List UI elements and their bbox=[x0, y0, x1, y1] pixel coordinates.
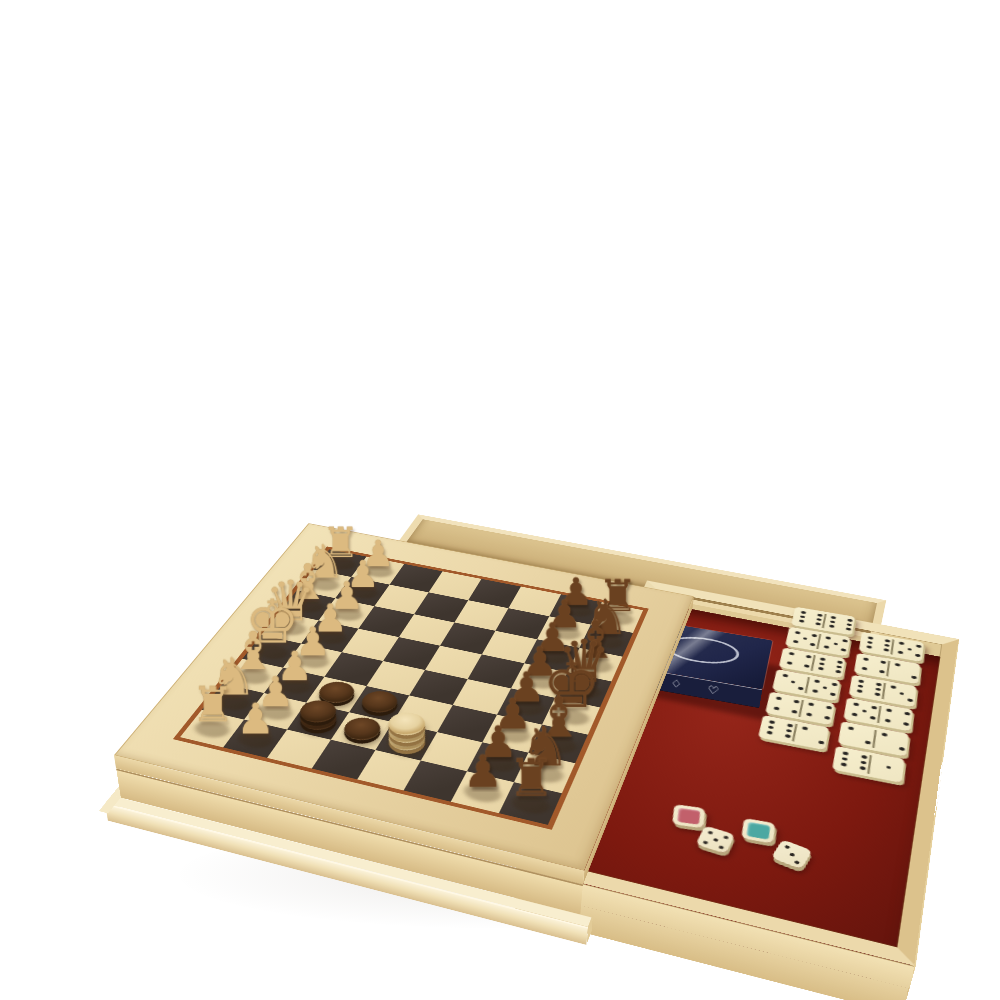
black-rook-glyph: ♜ bbox=[507, 754, 553, 803]
dark-checker bbox=[356, 688, 402, 715]
domino-pip bbox=[801, 611, 806, 614]
domino-pip bbox=[830, 620, 835, 623]
domino-pip bbox=[818, 667, 823, 670]
domino-pip bbox=[816, 618, 821, 621]
piece-billboard: ♜ bbox=[495, 743, 567, 804]
domino-pip bbox=[831, 616, 836, 619]
domino-divider bbox=[822, 614, 826, 629]
domino-pip bbox=[846, 627, 851, 630]
domino-divider bbox=[811, 655, 816, 671]
domino-pip bbox=[810, 643, 815, 646]
domino-pip bbox=[898, 651, 903, 654]
white-pawn-glyph: ♟ bbox=[236, 698, 274, 738]
domino-pip bbox=[836, 670, 841, 673]
domino-pip bbox=[795, 631, 800, 634]
domino-pip bbox=[885, 639, 890, 642]
domino-pip bbox=[806, 655, 811, 658]
domino-pip bbox=[867, 641, 872, 644]
domino-pip bbox=[842, 639, 847, 642]
domino-pip bbox=[841, 648, 846, 651]
domino-pip bbox=[799, 619, 804, 622]
domino-pip bbox=[863, 657, 868, 660]
domino-pip bbox=[895, 663, 900, 666]
domino-pip bbox=[884, 648, 889, 651]
game-box: ♢♡ ♜♜♞♞♝♝♛♛♚♚♝♝♞♞♜♜♟♟♟♟♟♟♟♟♟♟♟♟♟♟♟♟ bbox=[114, 523, 694, 870]
domino-pip bbox=[812, 634, 817, 637]
domino-pip bbox=[819, 662, 824, 665]
domino-divider bbox=[890, 639, 893, 654]
domino-pip bbox=[824, 645, 829, 648]
domino-pip bbox=[847, 623, 852, 626]
domino-pip bbox=[881, 660, 886, 663]
domino-divider bbox=[816, 634, 820, 649]
piece-billboard: ♟ bbox=[221, 687, 289, 738]
domino-pip bbox=[816, 622, 821, 625]
domino-pip bbox=[829, 625, 834, 628]
domino-pip bbox=[804, 664, 809, 667]
domino-pip bbox=[787, 661, 792, 664]
domino-pip bbox=[847, 619, 852, 622]
domino-pip bbox=[907, 648, 912, 651]
domino-pip bbox=[802, 637, 807, 640]
domino-pip bbox=[899, 642, 904, 645]
domino-pip bbox=[879, 670, 884, 673]
domino-pip bbox=[836, 665, 841, 668]
domino-pip bbox=[789, 652, 794, 655]
domino-pip bbox=[826, 636, 831, 639]
domino-pip bbox=[793, 640, 798, 643]
dark-checker bbox=[338, 714, 385, 743]
domino-pip bbox=[867, 645, 872, 648]
domino-pip bbox=[862, 667, 867, 670]
domino-pip bbox=[915, 654, 920, 657]
domino-pip bbox=[868, 636, 873, 639]
domino-pip bbox=[837, 660, 842, 663]
stage: ♢♡ ♜♜♞♞♝♝♛♛♚♚♝♝♞♞♜♜♟♟♟♟♟♟♟♟♟♟♟♟♟♟♟♟ bbox=[0, 0, 1000, 1000]
domino-pip bbox=[817, 614, 822, 617]
domino-pip bbox=[820, 657, 825, 660]
wooden-game-compendium-photo: ♢♡ ♜♜♞♞♝♝♛♛♚♚♝♝♞♞♜♜♟♟♟♟♟♟♟♟♟♟♟♟♟♟♟♟ bbox=[0, 0, 1000, 1000]
domino-pip bbox=[916, 644, 921, 647]
domino-pip bbox=[800, 615, 805, 618]
domino-pip bbox=[833, 642, 838, 645]
domino-pip bbox=[884, 644, 889, 647]
domino-divider bbox=[886, 661, 890, 677]
